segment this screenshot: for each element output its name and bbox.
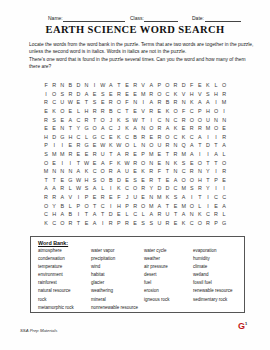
grid-cell-r1c4: B <box>66 81 74 90</box>
word-bank-empty-slot <box>193 304 248 312</box>
grid-cell-r14c18: A <box>180 193 188 202</box>
grid-cell-r8c14: O <box>147 141 155 150</box>
grid-cell-r2c8: S <box>99 90 107 99</box>
instructions-paragraph-2: There's one word that is found in the pu… <box>29 56 256 70</box>
grid-cell-r14c22: C <box>212 193 220 202</box>
grid-cell-r9c1: S <box>42 150 50 159</box>
grid-cell-r11c7: C <box>91 167 99 176</box>
grid-cell-r11c18: C <box>180 167 188 176</box>
grid-cell-r4c3: O <box>58 107 66 116</box>
grid-cell-r16c8: T <box>99 210 107 219</box>
grid-cell-r17c10: P <box>115 219 123 228</box>
grid-cell-r17c3: O <box>58 219 66 228</box>
grid-cell-r5c18: R <box>180 115 188 124</box>
grid-cell-r11c16: T <box>163 167 171 176</box>
grid-cell-r16c22: R <box>212 210 220 219</box>
grid-cell-r7c22: I <box>212 133 220 142</box>
grid-cell-r15c18: M <box>180 201 188 210</box>
grid-cell-r10c17: K <box>172 158 180 167</box>
grid-cell-r10c3: I <box>58 158 66 167</box>
grid-cell-r13c9: I <box>107 184 115 193</box>
grid-cell-r17c1: K <box>42 219 50 228</box>
grid-cell-r7c9: E <box>107 133 115 142</box>
word-bank-item: rock <box>38 296 91 304</box>
grid-cell-r5c8: O <box>99 115 107 124</box>
grid-cell-r7c23: R <box>220 133 228 142</box>
grid-cell-r15c8: C <box>99 201 107 210</box>
grid-cell-r1c2: R <box>50 81 58 90</box>
grid-cell-r13c14: Y <box>147 184 155 193</box>
logo-letter: G <box>238 321 245 331</box>
grid-cell-r10c19: E <box>188 158 196 167</box>
grid-cell-r1c3: N <box>58 81 66 90</box>
grid-cell-r2c17: K <box>172 90 180 99</box>
grid-cell-r7c3: G <box>58 133 66 142</box>
grid-cell-r15c17: E <box>172 201 180 210</box>
grid-cell-r6c18: E <box>180 124 188 133</box>
grid-cell-r13c6: S <box>82 184 90 193</box>
grid-cell-r16c3: A <box>58 210 66 219</box>
grid-cell-r3c16: B <box>163 98 171 107</box>
grid-cell-r10c23: O <box>220 158 228 167</box>
grid-cell-r15c22: E <box>212 201 220 210</box>
grid-cell-r2c21: S <box>204 90 212 99</box>
grid-cell-r9c6: E <box>82 150 90 159</box>
grid-cell-r1c10: T <box>115 81 123 90</box>
grid-cell-r12c15: T <box>155 176 163 185</box>
word-bank-item: fuel <box>144 279 193 287</box>
grid-cell-r16c21: C <box>204 210 212 219</box>
grid-cell-r5c2: S <box>50 115 58 124</box>
grid-cell-r16c15: R <box>155 210 163 219</box>
grid-cell-r10c14: N <box>147 158 155 167</box>
grid-cell-r3c20: A <box>196 98 204 107</box>
grid-cell-r3c2: C <box>50 98 58 107</box>
grid-cell-r16c2: H <box>50 210 58 219</box>
grid-cell-r16c4: B <box>66 210 74 219</box>
grid-cell-r3c1: R <box>42 98 50 107</box>
grid-cell-r17c20: O <box>196 219 204 228</box>
grid-cell-r4c16: K <box>163 107 171 116</box>
grid-cell-r11c21: Y <box>204 167 212 176</box>
grid-cell-r5c15: C <box>155 115 163 124</box>
grid-cell-r9c23: L <box>220 150 228 159</box>
grid-cell-r13c17: C <box>172 184 180 193</box>
grid-cell-r11c20: N <box>196 167 204 176</box>
grid-cell-r9c10: A <box>115 150 123 159</box>
grid-cell-r16c12: C <box>131 210 139 219</box>
grid-cell-r17c17: E <box>172 219 180 228</box>
grid-cell-r9c9: T <box>107 150 115 159</box>
grid-cell-r2c22: H <box>212 90 220 99</box>
grid-cell-r2c20: V <box>196 90 204 99</box>
word-bank-item: nonrenewable resource <box>91 304 144 312</box>
grid-cell-r7c2: D <box>50 133 58 142</box>
grid-cell-r12c19: O <box>188 176 196 185</box>
grid-cell-r3c14: A <box>147 98 155 107</box>
word-bank-box: Word Bank: atmospherewater vaporwater cy… <box>30 236 245 313</box>
grid-cell-r13c11: C <box>123 184 131 193</box>
word-bank-item: environment <box>38 271 91 279</box>
grid-cell-r6c16: A <box>163 124 171 133</box>
grid-cell-r13c7: A <box>91 184 99 193</box>
grid-cell-r11c11: U <box>123 167 131 176</box>
grid-cell-r17c23: G <box>220 219 228 228</box>
grid-cell-r4c4: E <box>66 107 74 116</box>
grid-cell-r14c6: P <box>82 193 90 202</box>
grid-cell-r15c7: T <box>91 201 99 210</box>
grid-cell-r8c18: Q <box>180 141 188 150</box>
grid-cell-r12c14: R <box>147 176 155 185</box>
grid-cell-r10c21: T <box>204 158 212 167</box>
grid-cell-r14c19: I <box>188 193 196 202</box>
word-bank-item: wind <box>91 263 144 271</box>
grid-cell-r11c19: R <box>188 167 196 176</box>
grid-cell-r6c8: A <box>99 124 107 133</box>
grid-cell-r6c2: E <box>50 124 58 133</box>
grid-cell-r9c17: R <box>172 150 180 159</box>
grid-cell-r3c18: N <box>180 98 188 107</box>
grid-cell-r13c4: L <box>66 184 74 193</box>
word-bank-item: igneous rock <box>144 296 193 304</box>
grid-cell-r2c1: I <box>42 90 50 99</box>
grid-cell-r7c18: K <box>180 133 188 142</box>
grid-cell-r6c11: K <box>123 124 131 133</box>
grid-cell-r16c13: L <box>139 210 147 219</box>
grid-cell-r7c17: C <box>172 133 180 142</box>
grid-cell-r8c5: R <box>74 141 82 150</box>
grid-cell-r14c15: M <box>155 193 163 202</box>
grid-cell-r1c7: I <box>91 81 99 90</box>
grid-cell-r15c4: L <box>66 201 74 210</box>
grid-cell-r5c12: W <box>131 115 139 124</box>
grid-cell-r9c12: E <box>131 150 139 159</box>
grid-cell-r6c5: Y <box>74 124 82 133</box>
grid-cell-r7c8: C <box>99 133 107 142</box>
grid-cell-r17c9: R <box>107 219 115 228</box>
word-bank-title: Word Bank: <box>31 237 244 247</box>
grid-cell-r11c3: N <box>58 167 66 176</box>
grid-cell-r9c4: R <box>66 150 74 159</box>
page-title: EARTH SCIENCE WORD SEARCH <box>0 24 270 35</box>
grid-cell-r9c16: T <box>163 150 171 159</box>
grid-cell-r12c11: E <box>123 176 131 185</box>
grid-cell-r13c10: K <box>115 184 123 193</box>
grid-cell-r6c9: C <box>107 124 115 133</box>
word-bank-item: air pressure <box>144 263 193 271</box>
grid-cell-r3c21: A <box>204 98 212 107</box>
word-bank-item: weathering <box>91 287 144 295</box>
grid-cell-r1c16: O <box>163 81 171 90</box>
grid-cell-r14c16: K <box>163 193 171 202</box>
grid-cell-r3c13: I <box>139 98 147 107</box>
grid-cell-r4c18: F <box>180 107 188 116</box>
word-bank-item: climate <box>193 263 248 271</box>
grid-cell-r2c7: E <box>91 90 99 99</box>
grid-cell-r7c7: G <box>91 133 99 142</box>
grid-cell-r5c16: N <box>163 115 171 124</box>
grid-cell-r11c2: N <box>50 167 58 176</box>
grid-cell-r4c21: H <box>204 107 212 116</box>
grid-cell-r14c1: R <box>42 193 50 202</box>
grid-cell-r3c5: E <box>74 98 82 107</box>
grid-cell-r3c19: K <box>188 98 196 107</box>
word-bank-item: water cycle <box>144 247 193 255</box>
grid-cell-r6c4: T <box>66 124 74 133</box>
grid-cell-r5c22: N <box>212 115 220 124</box>
grid-cell-r17c22: P <box>212 219 220 228</box>
grid-cell-r15c19: O <box>188 201 196 210</box>
grid-cell-r9c2: M <box>50 150 58 159</box>
grid-cell-r3c3: U <box>58 98 66 107</box>
grid-cell-r12c9: B <box>107 176 115 185</box>
grid-cell-r1c20: E <box>196 81 204 90</box>
grid-cell-r11c9: R <box>107 167 115 176</box>
grid-cell-r15c23: A <box>220 201 228 210</box>
grid-cell-r3c22: I <box>212 98 220 107</box>
grid-cell-r7c21: I <box>204 133 212 142</box>
grid-cell-r12c18: O <box>180 176 188 185</box>
grid-cell-r14c17: S <box>172 193 180 202</box>
grid-cell-r6c12: A <box>131 124 139 133</box>
grid-cell-r6c6: G <box>82 124 90 133</box>
grid-cell-r5c9: J <box>107 115 115 124</box>
grid-cell-r4c10: C <box>115 107 123 116</box>
grid-cell-r14c14: N <box>147 193 155 202</box>
grid-cell-r10c5: T <box>74 158 82 167</box>
grid-cell-r11c22: I <box>212 167 220 176</box>
grid-cell-r5c1: R <box>42 115 50 124</box>
grid-cell-r13c13: R <box>139 184 147 193</box>
grid-cell-r6c19: R <box>188 124 196 133</box>
grid-cell-r7c10: K <box>115 133 123 142</box>
grid-cell-r5c17: C <box>172 115 180 124</box>
word-bank-item: habitat <box>91 271 144 279</box>
grid-cell-r10c15: E <box>155 158 163 167</box>
word-bank-item: evaporation <box>193 247 248 255</box>
grid-cell-r17c11: R <box>123 219 131 228</box>
grid-cell-r17c5: T <box>74 219 82 228</box>
grid-cell-r17c15: U <box>155 219 163 228</box>
grid-cell-r5c7: T <box>91 115 99 124</box>
grid-cell-r13c19: S <box>188 184 196 193</box>
grid-cell-r2c5: D <box>74 90 82 99</box>
grid-cell-r4c7: R <box>91 107 99 116</box>
grid-cell-r13c22: I <box>212 184 220 193</box>
grid-cell-r16c23: L <box>220 210 228 219</box>
grid-cell-r11c17: N <box>172 167 180 176</box>
grid-cell-r14c10: F <box>115 193 123 202</box>
grid-cell-r10c13: O <box>139 158 147 167</box>
grid-cell-r1c12: R <box>131 81 139 90</box>
grid-cell-r8c8: W <box>99 141 107 150</box>
grid-cell-r7c13: R <box>139 133 147 142</box>
grid-cell-r12c8: O <box>99 176 107 185</box>
grid-cell-r4c8: R <box>99 107 107 116</box>
grid-cell-r10c6: W <box>82 158 90 167</box>
grid-cell-r5c5: C <box>74 115 82 124</box>
grid-cell-r13c2: A <box>50 184 58 193</box>
grid-cell-r7c6: L <box>82 133 90 142</box>
grid-cell-r11c1: M <box>42 167 50 176</box>
grid-cell-r10c8: A <box>99 158 107 167</box>
grid-cell-r3c4: W <box>66 98 74 107</box>
grid-cell-r10c18: S <box>180 158 188 167</box>
grid-cell-r8c13: N <box>139 141 147 150</box>
name-label: Name: <box>48 15 63 21</box>
grid-cell-r10c7: E <box>91 158 99 167</box>
date-blank-field[interactable] <box>205 16 241 22</box>
grid-cell-r14c8: R <box>99 193 107 202</box>
grid-cell-r10c9: F <box>107 158 115 167</box>
grid-cell-r2c14: R <box>147 90 155 99</box>
word-bank-item: renewable resource <box>193 287 248 295</box>
grid-cell-r4c1: E <box>42 107 50 116</box>
grid-cell-r17c18: K <box>180 219 188 228</box>
grid-cell-r11c8: O <box>99 167 107 176</box>
grid-cell-r9c5: E <box>74 150 82 159</box>
grid-cell-r9c21: I <box>204 150 212 159</box>
word-bank-item: wetland <box>193 271 248 279</box>
grid-cell-r10c1: O <box>42 158 50 167</box>
grid-cell-r1c8: W <box>99 81 107 90</box>
word-bank-item: natural resource <box>38 287 91 295</box>
grid-cell-r2c12: E <box>131 90 139 99</box>
grid-cell-r17c6: E <box>82 219 90 228</box>
grid-cell-r10c2: E <box>50 158 58 167</box>
grid-cell-r1c5: D <box>74 81 82 90</box>
grid-cell-r1c9: A <box>107 81 115 90</box>
grid-cell-r5c21: U <box>204 115 212 124</box>
grid-cell-r16c9: D <box>107 210 115 219</box>
grid-cell-r16c14: A <box>147 210 155 219</box>
publisher-logo: G1 <box>238 321 247 331</box>
grid-cell-r13c21: Y <box>204 184 212 193</box>
grid-cell-r12c2: T <box>50 176 58 185</box>
grid-cell-r14c7: E <box>91 193 99 202</box>
grid-cell-r16c20: K <box>196 210 204 219</box>
grid-cell-r14c9: E <box>107 193 115 202</box>
grid-cell-r9c19: A <box>188 150 196 159</box>
grid-cell-r8c12: L <box>131 141 139 150</box>
grid-cell-r11c13: K <box>139 167 147 176</box>
class-blank-field[interactable] <box>144 16 178 22</box>
grid-cell-r11c23: R <box>220 167 228 176</box>
grid-cell-r3c23: M <box>220 98 228 107</box>
grid-cell-r5c3: E <box>58 115 66 124</box>
grid-cell-r8c1: P <box>42 141 50 150</box>
grid-cell-r12c1: T <box>42 176 50 185</box>
grid-cell-r9c22: A <box>212 150 220 159</box>
grid-cell-r10c16: N <box>163 158 171 167</box>
word-bank-item: mineral <box>91 296 144 304</box>
name-blank-field[interactable] <box>63 16 125 22</box>
grid-cell-r4c11: T <box>123 107 131 116</box>
grid-cell-r1c14: A <box>147 81 155 90</box>
grid-cell-r7c14: E <box>147 133 155 142</box>
grid-cell-r5c20: O <box>196 115 204 124</box>
grid-cell-r15c1: O <box>42 201 50 210</box>
grid-cell-r14c13: E <box>139 193 147 202</box>
grid-cell-r16c1: C <box>42 210 50 219</box>
grid-cell-r2c23: R <box>220 90 228 99</box>
grid-cell-r3c6: T <box>82 98 90 107</box>
grid-cell-r17c7: A <box>91 219 99 228</box>
grid-cell-r13c18: M <box>180 184 188 193</box>
word-bank-item: fossil fuel <box>193 279 248 287</box>
grid-cell-r2c6: A <box>82 90 90 99</box>
grid-cell-r11c10: A <box>115 167 123 176</box>
grid-cell-r12c20: H <box>196 176 204 185</box>
grid-cell-r12c10: D <box>115 176 123 185</box>
grid-cell-r4c5: L <box>74 107 82 116</box>
grid-cell-r5c10: K <box>115 115 123 124</box>
grid-cell-r15c16: T <box>163 201 171 210</box>
grid-cell-r10c22: T <box>212 158 220 167</box>
grid-cell-r16c6: T <box>82 210 90 219</box>
word-bank-words: atmospherewater vaporwater cycleevaporat… <box>31 247 244 312</box>
grid-cell-r8c4: E <box>66 141 74 150</box>
word-bank-item: water vapor <box>91 247 144 255</box>
grid-cell-r14c5: I <box>74 193 82 202</box>
grid-cell-r2c18: V <box>180 90 188 99</box>
grid-cell-r12c5: W <box>74 176 82 185</box>
word-bank-item: sedimentary rock <box>193 296 248 304</box>
word-bank-item: metamorphic rock <box>38 304 91 312</box>
grid-cell-r12c17: A <box>172 176 180 185</box>
grid-cell-r12c21: T <box>204 176 212 185</box>
word-bank-item: humidity <box>193 255 248 263</box>
grid-cell-r8c2: I <box>50 141 58 150</box>
grid-cell-r9c18: M <box>180 150 188 159</box>
grid-cell-r1c17: R <box>172 81 180 90</box>
grid-cell-r7c15: R <box>155 133 163 142</box>
grid-cell-r17c16: R <box>163 219 171 228</box>
grid-cell-r8c23: A <box>220 141 228 150</box>
grid-cell-r14c12: U <box>131 193 139 202</box>
grid-cell-r12c12: S <box>131 176 139 185</box>
grid-cell-r6c22: O <box>212 124 220 133</box>
grid-cell-r2c13: M <box>139 90 147 99</box>
grid-cell-r2c11: E <box>123 90 131 99</box>
grid-cell-r3c8: E <box>99 98 107 107</box>
grid-cell-r12c6: H <box>82 176 90 185</box>
word-bank-item: condensation <box>38 255 91 263</box>
grid-cell-r4c20: P <box>196 107 204 116</box>
grid-cell-r3c9: R <box>107 98 115 107</box>
grid-cell-r3c10: O <box>115 98 123 107</box>
grid-cell-r7c12: B <box>131 133 139 142</box>
grid-cell-r15c11: P <box>123 201 131 210</box>
grid-cell-r12c3: E <box>58 176 66 185</box>
grid-cell-r13c15: D <box>155 184 163 193</box>
grid-cell-r6c21: M <box>204 124 212 133</box>
grid-cell-r12c7: S <box>91 176 99 185</box>
grid-cell-r15c20: L <box>196 201 204 210</box>
word-search-grid: FRNBDNIWATERVAPORDFEKLOIOSRDAESEREEMROCK… <box>42 81 228 227</box>
grid-cell-r15c3: B <box>58 201 66 210</box>
grid-cell-r9c14: M <box>147 150 155 159</box>
grid-cell-r1c13: V <box>139 81 147 90</box>
logo-superscript: 1 <box>245 321 247 326</box>
grid-cell-r12c22: P <box>212 176 220 185</box>
grid-cell-r5c4: A <box>66 115 74 124</box>
grid-cell-r13c16: D <box>163 184 171 193</box>
grid-cell-r8c6: G <box>82 141 90 150</box>
grid-cell-r6c14: O <box>147 124 155 133</box>
word-bank-item: temperature <box>38 263 91 271</box>
grid-cell-r3c15: R <box>155 98 163 107</box>
